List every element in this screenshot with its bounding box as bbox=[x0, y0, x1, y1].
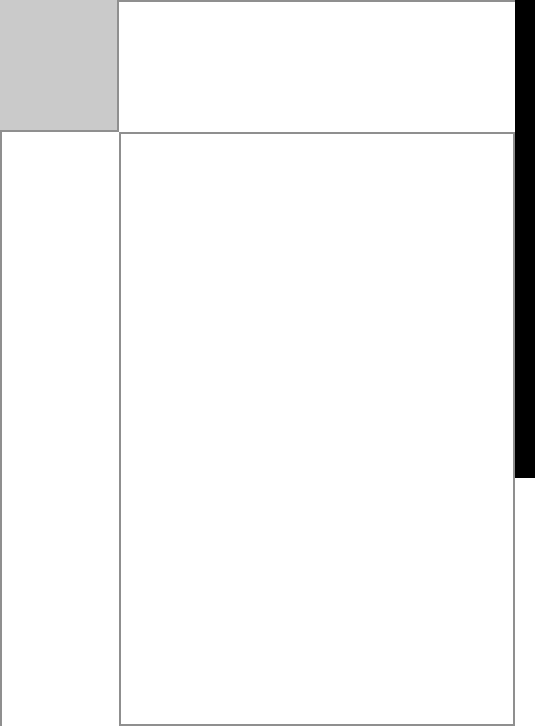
nonogram-board bbox=[0, 0, 535, 727]
side-watermark bbox=[516, 552, 534, 727]
side-strip-black bbox=[515, 0, 535, 478]
row-clues bbox=[0, 132, 119, 726]
corner-watermark bbox=[0, 0, 119, 132]
column-clues bbox=[119, 0, 515, 132]
puzzle-grid bbox=[119, 132, 515, 726]
side-watermark-strip bbox=[515, 0, 535, 727]
